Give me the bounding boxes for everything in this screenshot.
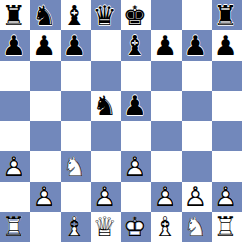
- square-e6[interactable]: [121, 61, 151, 91]
- piece-white-queen[interactable]: ♛♕: [92, 213, 119, 240]
- square-g6[interactable]: [182, 61, 212, 91]
- square-e7[interactable]: ♝: [121, 30, 151, 60]
- square-d4[interactable]: [91, 121, 121, 151]
- piece-white-king[interactable]: ♚♔: [123, 213, 150, 240]
- piece-white-pawn[interactable]: ♟♙: [2, 153, 29, 180]
- piece-white-bishop[interactable]: ♝♗: [62, 213, 89, 240]
- piece-black-pawn[interactable]: ♟: [213, 32, 240, 59]
- square-g1[interactable]: ♞♘: [182, 212, 212, 242]
- square-b2[interactable]: ♟♙: [30, 182, 60, 212]
- square-g7[interactable]: ♟: [182, 30, 212, 60]
- piece-white-pawn[interactable]: ♟♙: [183, 183, 210, 210]
- piece-black-knight[interactable]: ♞: [92, 92, 119, 119]
- piece-black-bishop[interactable]: ♝: [62, 2, 89, 29]
- square-c3[interactable]: ♞♘: [61, 151, 91, 181]
- piece-black-rook[interactable]: ♜: [2, 2, 29, 29]
- square-f8[interactable]: [151, 0, 181, 30]
- square-f1[interactable]: ♝♗: [151, 212, 181, 242]
- square-g5[interactable]: [182, 91, 212, 121]
- square-d1[interactable]: ♛♕: [91, 212, 121, 242]
- piece-black-pawn[interactable]: ♟: [153, 32, 180, 59]
- square-g8[interactable]: [182, 0, 212, 30]
- square-b3[interactable]: [30, 151, 60, 181]
- square-c7[interactable]: ♟: [61, 30, 91, 60]
- piece-white-rook[interactable]: ♜♖: [213, 213, 240, 240]
- square-b5[interactable]: [30, 91, 60, 121]
- chess-board: ♜♞♝♛♚♜♟♟♟♝♟♟♟♞♟♟♙♞♘♟♙♟♙♟♙♟♙♟♙♟♙♜♖♝♗♛♕♚♔♝…: [0, 0, 242, 242]
- piece-white-pawn[interactable]: ♟♙: [153, 183, 180, 210]
- square-d6[interactable]: [91, 61, 121, 91]
- square-e4[interactable]: [121, 121, 151, 151]
- square-a1[interactable]: ♜♖: [0, 212, 30, 242]
- square-a8[interactable]: ♜: [0, 0, 30, 30]
- square-c5[interactable]: [61, 91, 91, 121]
- square-b4[interactable]: [30, 121, 60, 151]
- piece-black-rook[interactable]: ♜: [213, 2, 240, 29]
- square-e1[interactable]: ♚♔: [121, 212, 151, 242]
- square-f2[interactable]: ♟♙: [151, 182, 181, 212]
- square-a5[interactable]: [0, 91, 30, 121]
- piece-black-pawn[interactable]: ♟: [2, 32, 29, 59]
- square-h3[interactable]: [212, 151, 242, 181]
- square-h1[interactable]: ♜♖: [212, 212, 242, 242]
- square-a6[interactable]: [0, 61, 30, 91]
- piece-white-pawn[interactable]: ♟♙: [213, 183, 240, 210]
- square-g2[interactable]: ♟♙: [182, 182, 212, 212]
- square-b7[interactable]: ♟: [30, 30, 60, 60]
- square-d5[interactable]: ♞: [91, 91, 121, 121]
- piece-white-pawn[interactable]: ♟♙: [92, 183, 119, 210]
- square-h5[interactable]: [212, 91, 242, 121]
- square-a3[interactable]: ♟♙: [0, 151, 30, 181]
- piece-black-knight[interactable]: ♞: [32, 2, 59, 29]
- piece-black-pawn[interactable]: ♟: [123, 92, 150, 119]
- square-h8[interactable]: ♜: [212, 0, 242, 30]
- square-a2[interactable]: [0, 182, 30, 212]
- piece-white-knight[interactable]: ♞♘: [183, 213, 210, 240]
- square-h4[interactable]: [212, 121, 242, 151]
- piece-black-pawn[interactable]: ♟: [32, 32, 59, 59]
- square-g3[interactable]: [182, 151, 212, 181]
- square-d3[interactable]: [91, 151, 121, 181]
- square-b6[interactable]: [30, 61, 60, 91]
- piece-black-pawn[interactable]: ♟: [183, 32, 210, 59]
- square-c8[interactable]: ♝: [61, 0, 91, 30]
- square-d2[interactable]: ♟♙: [91, 182, 121, 212]
- piece-white-rook[interactable]: ♜♖: [2, 213, 29, 240]
- square-h6[interactable]: [212, 61, 242, 91]
- square-f3[interactable]: [151, 151, 181, 181]
- square-h7[interactable]: ♟: [212, 30, 242, 60]
- square-b8[interactable]: ♞: [30, 0, 60, 30]
- square-c1[interactable]: ♝♗: [61, 212, 91, 242]
- square-e8[interactable]: ♚: [121, 0, 151, 30]
- square-a7[interactable]: ♟: [0, 30, 30, 60]
- piece-white-pawn[interactable]: ♟♙: [123, 153, 150, 180]
- square-f6[interactable]: [151, 61, 181, 91]
- square-f4[interactable]: [151, 121, 181, 151]
- square-h2[interactable]: ♟♙: [212, 182, 242, 212]
- piece-white-pawn[interactable]: ♟♙: [32, 183, 59, 210]
- piece-black-bishop[interactable]: ♝: [123, 32, 150, 59]
- square-c2[interactable]: [61, 182, 91, 212]
- square-g4[interactable]: [182, 121, 212, 151]
- square-c6[interactable]: [61, 61, 91, 91]
- square-e5[interactable]: ♟: [121, 91, 151, 121]
- square-a4[interactable]: [0, 121, 30, 151]
- square-f7[interactable]: ♟: [151, 30, 181, 60]
- square-f5[interactable]: [151, 91, 181, 121]
- piece-black-pawn[interactable]: ♟: [62, 32, 89, 59]
- square-e3[interactable]: ♟♙: [121, 151, 151, 181]
- square-c4[interactable]: [61, 121, 91, 151]
- piece-white-knight[interactable]: ♞♘: [62, 153, 89, 180]
- square-b1[interactable]: [30, 212, 60, 242]
- piece-black-king[interactable]: ♚: [123, 2, 150, 29]
- square-d8[interactable]: ♛: [91, 0, 121, 30]
- square-d7[interactable]: [91, 30, 121, 60]
- piece-black-queen[interactable]: ♛: [92, 2, 119, 29]
- square-e2[interactable]: [121, 182, 151, 212]
- piece-white-bishop[interactable]: ♝♗: [153, 213, 180, 240]
